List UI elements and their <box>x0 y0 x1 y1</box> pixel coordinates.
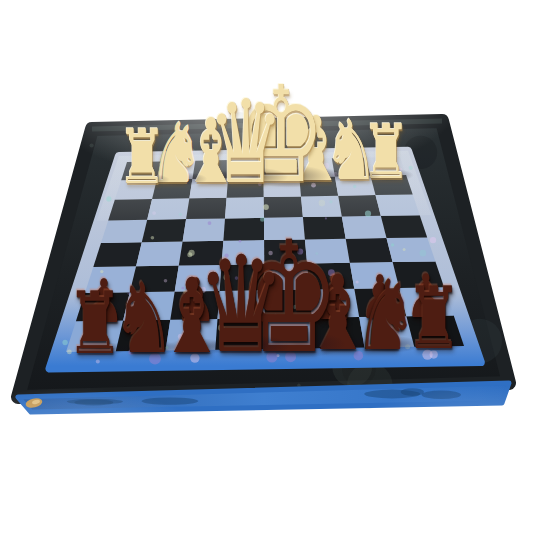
knight-glyph: ♞ <box>354 267 418 364</box>
chess-photo-scene: ♜♞♝♛♚♝♞♜♜♞♝♛♚♝♞♜♟♟♟♟♟ <box>0 0 533 533</box>
piece-black-queen-d1[interactable]: ♛ <box>181 239 300 372</box>
pieces-layer: ♜♞♝♛♚♝♞♜♜♞♝♛♚♝♞♜♟♟♟♟♟ <box>0 0 533 533</box>
piece-white-rook-a8[interactable]: ♜ <box>108 120 175 195</box>
queen-glyph: ♛ <box>208 85 284 200</box>
rook-glyph: ♜ <box>117 120 167 195</box>
piece-black-rook-a1[interactable]: ♜ <box>57 280 134 366</box>
rook-glyph: ♜ <box>67 280 124 366</box>
queen-glyph: ♛ <box>197 239 285 372</box>
